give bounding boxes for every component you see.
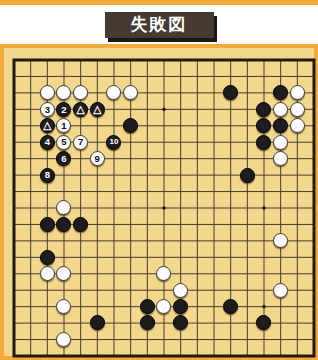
stone-black-move-4: 4 (40, 135, 55, 150)
stone-white (40, 266, 55, 281)
stone-black (140, 299, 155, 314)
stone-black (256, 315, 271, 330)
stone-white (290, 85, 305, 100)
stone-white (273, 102, 288, 117)
stone-black (256, 118, 271, 133)
stone-black (273, 118, 288, 133)
stone-white (123, 85, 138, 100)
stone-black (90, 315, 105, 330)
stone-white-move-7: 7 (73, 135, 88, 150)
stone-white (273, 151, 288, 166)
stone-black (140, 315, 155, 330)
stone-black (273, 85, 288, 100)
stone-white-move-1: 1 (56, 118, 71, 133)
stone-white (173, 283, 188, 298)
stone-white (56, 299, 71, 314)
stone-black (56, 217, 71, 232)
stone-black (40, 250, 55, 265)
stone-white (290, 118, 305, 133)
stone-black (173, 315, 188, 330)
stone-white (273, 283, 288, 298)
stone-white (56, 266, 71, 281)
stone-white (40, 85, 55, 100)
stone-white-move-9: 9 (90, 151, 105, 166)
stone-white (290, 102, 305, 117)
stone-white (156, 299, 171, 314)
title-box: 失敗図 (105, 12, 214, 38)
stone-black-move-2: 2 (56, 102, 71, 117)
stone-black (240, 168, 255, 183)
stone-black-move-8: 8 (40, 168, 55, 183)
stone-black-move-6: 6 (56, 151, 71, 166)
stone-black (173, 299, 188, 314)
page-title: 失敗図 (131, 16, 188, 33)
stone-black (256, 135, 271, 150)
stone-white-move-5: 5 (56, 135, 71, 150)
title-band: 失敗図 (0, 5, 318, 44)
stone-black-triangle: △ (40, 118, 55, 133)
stone-white (56, 200, 71, 215)
stone-black (223, 299, 238, 314)
stone-white (106, 85, 121, 100)
stone-white (156, 266, 171, 281)
stone-white (56, 332, 71, 347)
stone-black (256, 102, 271, 117)
stone-white (273, 233, 288, 248)
stone-white (56, 85, 71, 100)
stone-black (40, 217, 55, 232)
stone-black (223, 85, 238, 100)
stone-black-triangle: △ (90, 102, 105, 117)
stone-white (73, 85, 88, 100)
go-diagram-page: 失敗図 32△△△145710698 (0, 0, 318, 360)
go-board: 32△△△145710698 (4, 48, 314, 356)
stone-black (123, 118, 138, 133)
stone-white-move-3: 3 (40, 102, 55, 117)
stone-black-triangle: △ (73, 102, 88, 117)
stones-layer: 32△△△145710698 (6, 52, 318, 360)
stone-black (73, 217, 88, 232)
stone-white (273, 135, 288, 150)
board-panel: 32△△△145710698 (0, 44, 318, 360)
stone-black-move-10: 10 (106, 135, 121, 150)
